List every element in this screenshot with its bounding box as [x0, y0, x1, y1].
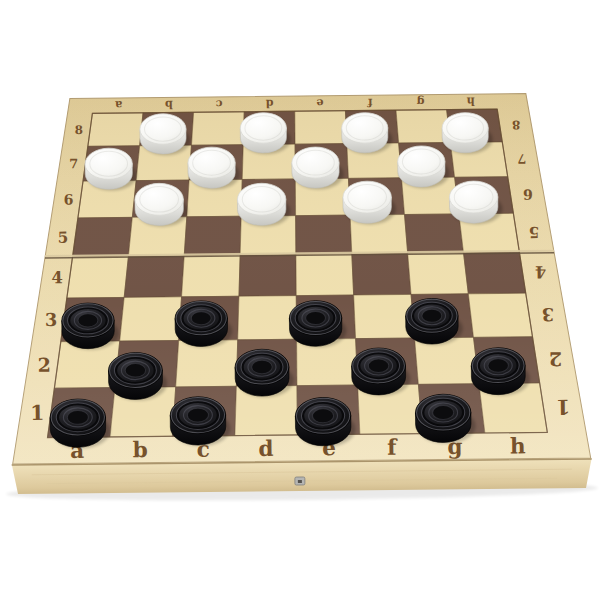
rank-label-left-1: 1	[30, 401, 45, 425]
latch-slot	[298, 480, 302, 483]
rank-label-left-8: 8	[75, 123, 83, 137]
rank-label-left-2: 2	[38, 354, 51, 376]
photo-canvas: aabbccddeeffgghh8877665544332211	[0, 0, 600, 600]
rank-label-right-2: 2	[549, 348, 562, 370]
rank-label-right-6: 6	[523, 186, 533, 202]
rank-label-right-3: 3	[542, 304, 555, 325]
rank-label-left-4: 4	[51, 268, 63, 287]
file-label-top-e: e	[316, 96, 323, 110]
file-label-bottom-d: d	[258, 436, 273, 461]
rank-label-right-1: 1	[556, 395, 571, 419]
file-label-top-g: g	[416, 95, 424, 109]
file-label-top-c: c	[216, 97, 223, 111]
file-label-top-d: d	[265, 97, 273, 111]
rank-label-left-5: 5	[58, 229, 69, 247]
rank-label-right-4: 4	[535, 262, 547, 281]
rank-label-left-3: 3	[45, 309, 58, 330]
file-label-top-b: b	[165, 98, 173, 112]
rank-label-left-6: 6	[64, 191, 74, 207]
file-label-bottom-h: h	[510, 433, 526, 458]
file-label-bottom-b: b	[132, 437, 147, 462]
file-label-top-a: a	[115, 98, 122, 112]
rank-label-right-8: 8	[512, 118, 520, 132]
rank-label-right-7: 7	[517, 151, 526, 166]
file-label-top-h: h	[467, 95, 475, 109]
checkers-board-photo: aabbccddeeffgghh8877665544332211	[0, 0, 600, 600]
rank-label-right-5: 5	[529, 223, 540, 241]
rank-label-left-7: 7	[69, 156, 78, 171]
